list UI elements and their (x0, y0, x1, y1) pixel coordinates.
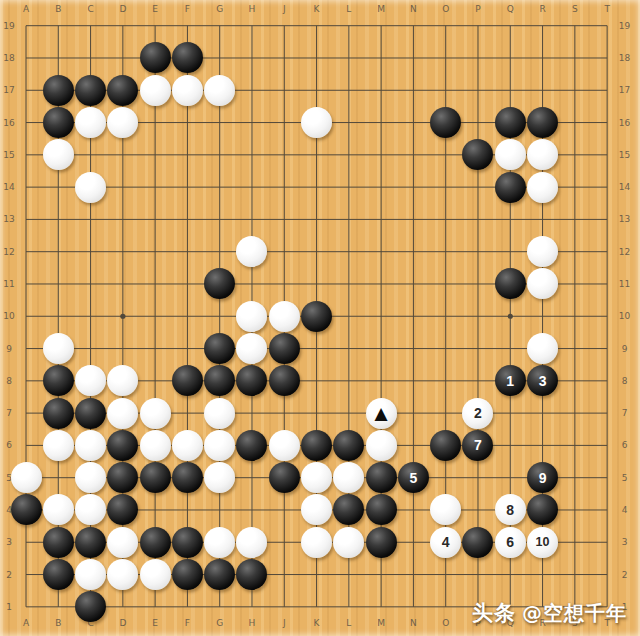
row-label-right: 9 (622, 344, 628, 353)
black-stone-K10 (301, 301, 332, 332)
white-stone-F17 (172, 75, 203, 106)
move-number-label: 3 (539, 374, 547, 388)
watermark-brand: 头条 (472, 601, 516, 625)
star-point (508, 314, 513, 319)
white-stone-G17 (204, 75, 235, 106)
black-stone-F2 (172, 559, 203, 590)
black-stone-E5 (140, 462, 171, 493)
black-stone-Q16 (495, 107, 526, 138)
white-stone-R9 (527, 333, 558, 364)
column-label-bottom: B (55, 618, 61, 627)
move-number-label: 10 (536, 535, 550, 549)
move-number-label: 4 (442, 535, 450, 549)
column-label-top: N (410, 5, 417, 14)
white-stone-G6 (204, 430, 235, 461)
black-stone-C17 (75, 75, 106, 106)
black-stone-B17 (43, 75, 74, 106)
column-label-bottom: F (185, 618, 190, 627)
triangle-mark-icon: ▲ (375, 404, 388, 421)
column-label-top: Q (507, 5, 514, 14)
white-stone-E7 (140, 398, 171, 429)
go-board-diagram: AABBCCDDEEFFGGHHJJKKLLMMNNOOPPQQRRSSTT19… (0, 0, 640, 636)
column-label-top: R (539, 5, 545, 14)
row-label-left: 15 (3, 150, 14, 159)
black-stone-E3 (140, 527, 171, 558)
column-label-top: G (216, 5, 223, 14)
column-label-top: H (249, 5, 256, 14)
column-label-top: F (185, 5, 190, 14)
white-stone-E6 (140, 430, 171, 461)
row-label-right: 7 (622, 409, 628, 418)
watermark: 头条@空想千年 (472, 599, 627, 627)
row-label-right: 19 (619, 21, 630, 30)
black-stone-B7 (43, 398, 74, 429)
row-label-right: 17 (619, 86, 630, 95)
column-label-bottom: G (216, 618, 223, 627)
row-label-right: 8 (622, 376, 628, 385)
row-label-left: 1 (6, 602, 12, 611)
black-stone-J9 (269, 333, 300, 364)
column-label-bottom: K (314, 618, 320, 627)
black-stone-C3 (75, 527, 106, 558)
white-stone-O3: 4 (430, 527, 461, 558)
white-stone-Q3: 6 (495, 527, 526, 558)
move-number-label: 8 (506, 503, 514, 517)
black-stone-B16 (43, 107, 74, 138)
black-stone-M3 (366, 527, 397, 558)
row-label-right: 14 (619, 183, 630, 192)
white-stone-R3: 10 (527, 527, 558, 558)
black-stone-B3 (43, 527, 74, 558)
column-label-bottom: L (346, 618, 351, 627)
column-label-top: S (572, 5, 578, 14)
white-stone-K16 (301, 107, 332, 138)
row-label-left: 3 (6, 538, 12, 547)
white-stone-C2 (75, 559, 106, 590)
black-stone-N5: 5 (398, 462, 429, 493)
row-label-right: 3 (622, 538, 628, 547)
row-label-right: 16 (619, 118, 630, 127)
column-label-top: E (152, 5, 158, 14)
row-label-left: 16 (3, 118, 14, 127)
column-label-top: L (346, 5, 351, 14)
row-label-right: 2 (622, 570, 628, 579)
white-stone-C6 (75, 430, 106, 461)
row-label-right: 4 (622, 505, 628, 514)
row-label-left: 2 (6, 570, 12, 579)
white-stone-J6 (269, 430, 300, 461)
black-stone-A4 (11, 494, 42, 525)
black-stone-F5 (172, 462, 203, 493)
white-stone-C16 (75, 107, 106, 138)
row-label-left: 7 (6, 409, 12, 418)
black-stone-Q8: 1 (495, 365, 526, 396)
black-stone-R16 (527, 107, 558, 138)
row-label-left: 19 (3, 21, 14, 30)
black-stone-B2 (43, 559, 74, 590)
column-label-top: B (55, 5, 61, 14)
white-stone-Q15 (495, 139, 526, 170)
black-stone-J8 (269, 365, 300, 396)
row-label-right: 6 (622, 441, 628, 450)
white-stone-E2 (140, 559, 171, 590)
column-label-bottom: O (442, 618, 449, 627)
white-stone-B9 (43, 333, 74, 364)
row-label-left: 14 (3, 183, 14, 192)
black-stone-M4 (366, 494, 397, 525)
column-label-bottom: E (152, 618, 158, 627)
move-number-label: 5 (410, 471, 418, 485)
column-label-top: D (119, 5, 126, 14)
row-label-right: 18 (619, 53, 630, 62)
row-label-left: 6 (6, 441, 12, 450)
black-stone-Q14 (495, 172, 526, 203)
column-label-bottom: N (410, 618, 417, 627)
row-label-right: 12 (619, 247, 630, 256)
column-label-bottom: D (119, 618, 126, 627)
white-stone-E17 (140, 75, 171, 106)
move-number-label: 6 (506, 535, 514, 549)
black-stone-O6 (430, 430, 461, 461)
move-number-label: 7 (474, 438, 482, 452)
column-label-top: P (475, 5, 480, 14)
watermark-handle: @空想千年 (522, 601, 627, 625)
column-label-bottom: H (249, 618, 256, 627)
row-label-left: 10 (3, 312, 14, 321)
row-label-right: 11 (619, 279, 630, 288)
column-label-top: M (377, 5, 385, 14)
column-label-top: K (314, 5, 320, 14)
row-label-left: 13 (3, 215, 14, 224)
column-label-top: T (604, 5, 610, 14)
column-label-bottom: A (23, 618, 29, 627)
white-stone-B15 (43, 139, 74, 170)
white-stone-G7 (204, 398, 235, 429)
black-stone-J5 (269, 462, 300, 493)
white-stone-K3 (301, 527, 332, 558)
row-label-left: 12 (3, 247, 14, 256)
white-stone-D3 (107, 527, 138, 558)
column-label-top: A (23, 5, 29, 14)
white-stone-M6 (366, 430, 397, 461)
column-label-bottom: J (283, 618, 286, 627)
black-stone-C7 (75, 398, 106, 429)
white-stone-D7 (107, 398, 138, 429)
row-label-right: 15 (619, 150, 630, 159)
black-stone-F3 (172, 527, 203, 558)
column-label-top: C (87, 5, 93, 14)
move-number-label: 2 (474, 406, 482, 420)
white-stone-M7: ▲ (366, 398, 397, 429)
row-label-left: 9 (6, 344, 12, 353)
white-stone-P7: 2 (462, 398, 493, 429)
row-label-left: 8 (6, 376, 12, 385)
row-label-right: 13 (619, 215, 630, 224)
white-stone-R14 (527, 172, 558, 203)
black-stone-K6 (301, 430, 332, 461)
black-stone-E18 (140, 42, 171, 73)
white-stone-C14 (75, 172, 106, 203)
column-label-bottom: M (377, 618, 385, 627)
column-label-top: J (283, 5, 286, 14)
star-point (120, 314, 125, 319)
row-label-left: 17 (3, 86, 14, 95)
move-number-label: 1 (506, 374, 514, 388)
white-stone-F6 (172, 430, 203, 461)
white-stone-G3 (204, 527, 235, 558)
white-stone-B6 (43, 430, 74, 461)
row-label-left: 18 (3, 53, 14, 62)
move-number-label: 9 (539, 471, 547, 485)
white-stone-L3 (333, 527, 364, 558)
white-stone-J10 (269, 301, 300, 332)
row-label-right: 10 (619, 312, 630, 321)
white-stone-A5 (11, 462, 42, 493)
black-stone-M5 (366, 462, 397, 493)
black-stone-D17 (107, 75, 138, 106)
column-label-top: O (442, 5, 449, 14)
black-stone-B8 (43, 365, 74, 396)
row-label-left: 11 (3, 279, 14, 288)
row-label-right: 5 (622, 473, 628, 482)
